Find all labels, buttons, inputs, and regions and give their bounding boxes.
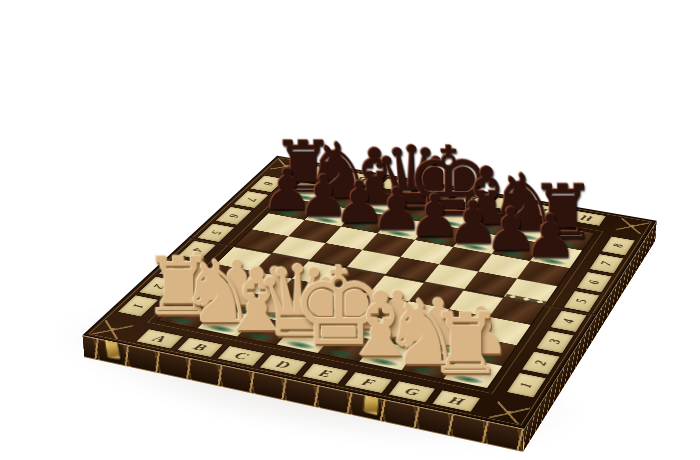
brass-clasp-left (103, 336, 121, 360)
coordinate-text: 6 (586, 279, 603, 285)
coordinate-text: G (402, 386, 422, 398)
rank-label-3: 3 (535, 330, 575, 354)
coordinate-text: C (232, 350, 251, 361)
file-label-h: H (432, 390, 482, 413)
coordinate-text: 7 (598, 261, 614, 267)
rank-label-2: 2 (521, 351, 562, 376)
coordinate-text: F (359, 377, 378, 388)
coordinate-text: 5 (208, 230, 224, 235)
coordinate-text: H (446, 395, 466, 407)
file-label-a: A (135, 329, 184, 350)
coordinate-text: D (273, 359, 293, 370)
rank-label-4: 4 (549, 310, 588, 333)
rank-label-8: 8 (600, 236, 636, 256)
rank-label-1: 1 (506, 372, 547, 398)
photo-scene: ABCDEFGH ABCDEFGH 87654321 87654321 ♜♞♝♛… (0, 0, 700, 460)
coordinate-text: 1 (517, 382, 535, 389)
coordinate-text: 5 (573, 298, 590, 304)
file-label-g: G (387, 380, 437, 403)
rank-label-7: 7 (588, 253, 624, 274)
brass-clasp-right (363, 390, 380, 417)
corner-ornament-h8 (614, 217, 650, 234)
coordinate-text: E (316, 368, 335, 379)
rank-label-6: 6 (576, 272, 613, 293)
piece-white-rook-h1: ♜ (428, 306, 503, 383)
coordinate-text: 8 (610, 243, 626, 249)
coordinate-text: A (150, 334, 169, 345)
square-h1: ♜ (444, 357, 502, 387)
file-label-e: E (301, 363, 350, 385)
coordinate-text: 4 (560, 318, 577, 324)
chess-board: ABCDEFGH ABCDEFGH 87654321 87654321 ♜♞♝♛… (82, 156, 656, 429)
coordinate-text: 2 (532, 360, 550, 367)
piece-black-pawn-h7: ♟ (524, 209, 577, 264)
file-label-c: C (217, 345, 266, 366)
file-label-d: D (258, 354, 307, 376)
coordinate-text: 6 (226, 213, 242, 218)
rank-label-6: 6 (214, 206, 253, 225)
coordinate-text: 7 (243, 197, 259, 202)
coordinate-text: B (191, 342, 210, 353)
corner-ornament-h1 (488, 401, 531, 424)
coordinate-text: 3 (546, 338, 564, 345)
